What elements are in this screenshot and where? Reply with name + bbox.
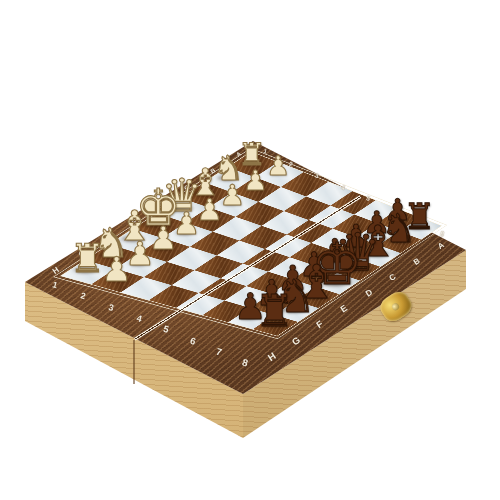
piece-white-pawn-d2[interactable]: ♟ — [196, 195, 223, 225]
piece-white-pawn-h2[interactable]: ♟ — [102, 252, 132, 286]
piece-white-rook-h1[interactable]: ♜ — [70, 239, 105, 278]
chess-set-photo: 1122334455667788HHGGFFEEDDCCBBAA ♜♟♞♟♝♟♛… — [0, 0, 500, 500]
coordinate-label-rank-far-8: 8 — [439, 229, 445, 237]
piece-white-pawn-b2[interactable]: ♟ — [243, 167, 268, 195]
fold-crack — [133, 340, 135, 384]
piece-white-pawn-a2[interactable]: ♟ — [266, 152, 290, 179]
piece-white-pawn-c2[interactable]: ♟ — [220, 181, 246, 210]
piece-black-rook-h8[interactable]: ♜ — [255, 289, 294, 333]
